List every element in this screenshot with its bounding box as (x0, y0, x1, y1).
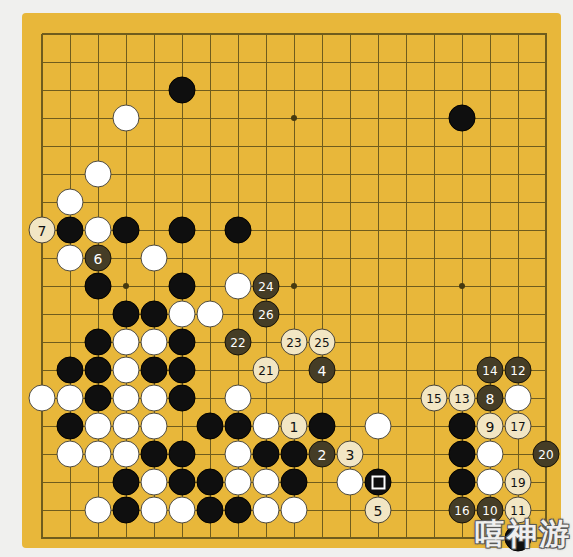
white-stone (169, 497, 196, 524)
black-stone-move-26: 26 (253, 301, 280, 328)
black-stone (169, 441, 196, 468)
white-stone (169, 301, 196, 328)
grid-line (518, 34, 519, 539)
black-stone (281, 441, 308, 468)
black-stone (169, 469, 196, 496)
black-stone-move-22: 22 (225, 329, 252, 356)
black-stone (113, 469, 140, 496)
white-stone (141, 385, 168, 412)
white-stone (57, 385, 84, 412)
black-stone (113, 301, 140, 328)
white-stone (477, 441, 504, 468)
black-stone-move-24: 24 (253, 273, 280, 300)
black-stone (225, 217, 252, 244)
black-stone (309, 413, 336, 440)
grid-line (378, 34, 379, 539)
grid-line (406, 34, 407, 539)
star-point (291, 115, 297, 121)
white-stone (253, 413, 280, 440)
black-stone (113, 217, 140, 244)
white-stone-move-17: 17 (505, 413, 532, 440)
page-background: 1234567891011121314151617192021222324252… (0, 0, 573, 557)
star-point (123, 283, 129, 289)
white-stone-move-7: 7 (29, 217, 56, 244)
white-stone (57, 189, 84, 216)
white-stone-move-23: 23 (281, 329, 308, 356)
black-stone (449, 413, 476, 440)
white-stone-move-9: 9 (477, 413, 504, 440)
white-stone (225, 385, 252, 412)
white-stone (141, 413, 168, 440)
white-stone (197, 301, 224, 328)
white-stone (85, 497, 112, 524)
black-stone (253, 441, 280, 468)
black-stone-move-6: 6 (85, 245, 112, 272)
white-stone (85, 413, 112, 440)
black-stone (85, 357, 112, 384)
white-stone (253, 497, 280, 524)
board-grid[interactable]: 1234567891011121314151617192021222324252… (42, 34, 547, 539)
white-stone-move-15: 15 (421, 385, 448, 412)
black-stone (225, 497, 252, 524)
black-stone (141, 357, 168, 384)
grid-line (42, 537, 547, 539)
white-stone (281, 497, 308, 524)
black-stone (169, 217, 196, 244)
black-stone (281, 469, 308, 496)
white-stone (365, 413, 392, 440)
black-stone-move-16: 16 (449, 497, 476, 524)
white-stone (57, 441, 84, 468)
black-stone (449, 105, 476, 132)
black-stone (169, 385, 196, 412)
white-stone (141, 497, 168, 524)
black-stone (169, 273, 196, 300)
white-stone (477, 469, 504, 496)
star-point (291, 283, 297, 289)
white-stone (505, 385, 532, 412)
black-stone-move-12: 12 (505, 357, 532, 384)
white-stone (225, 469, 252, 496)
white-stone (29, 385, 56, 412)
black-stone (141, 301, 168, 328)
white-stone-move-5: 5 (365, 497, 392, 524)
white-stone-move-25: 25 (309, 329, 336, 356)
black-stone (197, 413, 224, 440)
white-stone (85, 441, 112, 468)
black-stone-square-marked (365, 469, 392, 496)
square-mark-icon (371, 475, 385, 489)
white-stone (113, 441, 140, 468)
black-stone (169, 357, 196, 384)
grid-line (434, 34, 435, 539)
black-stone (141, 441, 168, 468)
black-stone (197, 469, 224, 496)
white-stone (85, 217, 112, 244)
black-stone (449, 441, 476, 468)
white-stone (113, 357, 140, 384)
black-stone (197, 497, 224, 524)
white-stone (113, 413, 140, 440)
white-stone-move-3: 3 (337, 441, 364, 468)
white-stone-move-13: 13 (449, 385, 476, 412)
white-stone (141, 329, 168, 356)
star-point (459, 283, 465, 289)
black-stone (169, 77, 196, 104)
black-stone (57, 413, 84, 440)
white-stone (225, 441, 252, 468)
white-stone (141, 469, 168, 496)
black-stone (225, 413, 252, 440)
white-stone-move-19: 19 (505, 469, 532, 496)
black-stone (449, 469, 476, 496)
black-stone-move-8: 8 (477, 385, 504, 412)
white-stone-move-21: 21 (253, 357, 280, 384)
black-stone (57, 217, 84, 244)
black-stone-move-14: 14 (477, 357, 504, 384)
white-stone (225, 273, 252, 300)
black-stone-move-20: 20 (533, 441, 560, 468)
white-stone (113, 105, 140, 132)
white-stone (141, 245, 168, 272)
black-stone (85, 329, 112, 356)
go-board[interactable]: 1234567891011121314151617192021222324252… (22, 13, 561, 548)
white-stone (57, 245, 84, 272)
watermark: 嘻神游 (475, 514, 571, 555)
black-stone (85, 273, 112, 300)
black-stone (113, 497, 140, 524)
white-stone (337, 469, 364, 496)
black-stone (85, 385, 112, 412)
white-stone (113, 385, 140, 412)
black-stone-move-4: 4 (309, 357, 336, 384)
white-stone (85, 161, 112, 188)
white-stone (113, 329, 140, 356)
black-stone (169, 329, 196, 356)
black-stone (57, 357, 84, 384)
white-stone-move-1: 1 (281, 413, 308, 440)
white-stone (253, 469, 280, 496)
black-stone-move-2: 2 (309, 441, 336, 468)
